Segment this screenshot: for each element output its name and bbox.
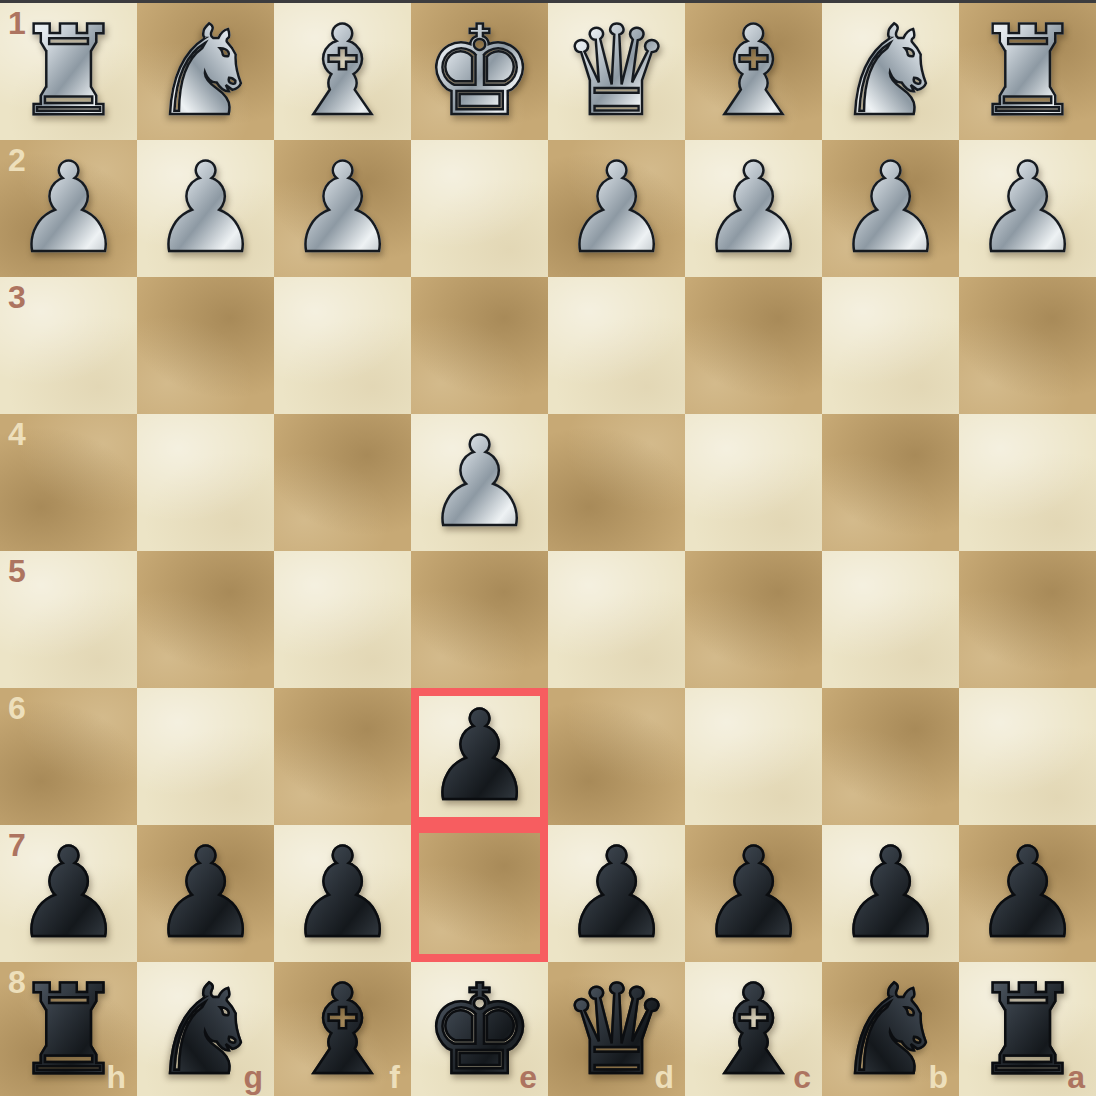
piece-black-pawn-d7[interactable]: ♟ [548, 825, 685, 962]
window-top-edge [0, 0, 1096, 3]
rank-label-4: 4 [8, 418, 26, 450]
piece-white-pawn-g2[interactable]: ♟ [137, 140, 274, 277]
square-a8[interactable]: ♜a [959, 962, 1096, 1096]
square-b1[interactable]: ♞ [822, 3, 959, 140]
square-f8[interactable]: ♝f [274, 962, 411, 1096]
square-a7[interactable]: ♟ [959, 825, 1096, 962]
square-a6[interactable] [959, 688, 1096, 825]
piece-white-knight-b1[interactable]: ♞ [822, 3, 959, 140]
piece-black-pawn-a7[interactable]: ♟ [959, 825, 1096, 962]
square-b3[interactable] [822, 277, 959, 414]
square-d7[interactable]: ♟ [548, 825, 685, 962]
square-c4[interactable] [685, 414, 822, 551]
rank-label-3: 3 [8, 281, 26, 313]
square-d5[interactable] [548, 551, 685, 688]
square-f5[interactable] [274, 551, 411, 688]
square-e8[interactable]: ♚e [411, 962, 548, 1096]
piece-black-pawn-b7[interactable]: ♟ [822, 825, 959, 962]
square-c6[interactable] [685, 688, 822, 825]
piece-black-rook-a8[interactable]: ♜ [959, 962, 1096, 1096]
square-b7[interactable]: ♟ [822, 825, 959, 962]
chess-board: ♜1♞♝♚♛♝♞♜♟2♟♟♟♟♟♟34♟56♟♟7♟♟♟♟♟♟♜8h♞g♝f♚e… [0, 3, 1096, 1096]
square-e7[interactable] [411, 825, 548, 962]
square-g4[interactable] [137, 414, 274, 551]
square-f7[interactable]: ♟ [274, 825, 411, 962]
square-h2[interactable]: ♟2 [0, 140, 137, 277]
square-d1[interactable]: ♛ [548, 3, 685, 140]
square-g7[interactable]: ♟ [137, 825, 274, 962]
square-d3[interactable] [548, 277, 685, 414]
piece-black-bishop-f8[interactable]: ♝ [274, 962, 411, 1096]
square-f2[interactable]: ♟ [274, 140, 411, 277]
piece-black-knight-g8[interactable]: ♞ [137, 962, 274, 1096]
piece-black-bishop-c8[interactable]: ♝ [685, 962, 822, 1096]
square-g5[interactable] [137, 551, 274, 688]
square-e5[interactable] [411, 551, 548, 688]
square-c2[interactable]: ♟ [685, 140, 822, 277]
square-h6[interactable]: 6 [0, 688, 137, 825]
square-a3[interactable] [959, 277, 1096, 414]
square-e1[interactable]: ♚ [411, 3, 548, 140]
square-g1[interactable]: ♞ [137, 3, 274, 140]
piece-white-king-e1[interactable]: ♚ [411, 3, 548, 140]
square-f4[interactable] [274, 414, 411, 551]
piece-white-pawn-f2[interactable]: ♟ [274, 140, 411, 277]
square-b2[interactable]: ♟ [822, 140, 959, 277]
square-h4[interactable]: 4 [0, 414, 137, 551]
piece-black-king-e8[interactable]: ♚ [411, 962, 548, 1096]
square-f3[interactable] [274, 277, 411, 414]
square-h7[interactable]: ♟7 [0, 825, 137, 962]
square-a5[interactable] [959, 551, 1096, 688]
piece-white-rook-h1[interactable]: ♜ [0, 3, 137, 140]
square-g2[interactable]: ♟ [137, 140, 274, 277]
square-a1[interactable]: ♜ [959, 3, 1096, 140]
piece-white-pawn-h2[interactable]: ♟ [0, 140, 137, 277]
square-a2[interactable]: ♟ [959, 140, 1096, 277]
piece-white-knight-g1[interactable]: ♞ [137, 3, 274, 140]
square-e2[interactable] [411, 140, 548, 277]
piece-white-queen-d1[interactable]: ♛ [548, 3, 685, 140]
piece-black-pawn-f7[interactable]: ♟ [274, 825, 411, 962]
square-e6[interactable]: ♟ [411, 688, 548, 825]
piece-black-knight-b8[interactable]: ♞ [822, 962, 959, 1096]
piece-white-bishop-f1[interactable]: ♝ [274, 3, 411, 140]
square-b5[interactable] [822, 551, 959, 688]
square-c1[interactable]: ♝ [685, 3, 822, 140]
square-h8[interactable]: ♜8h [0, 962, 137, 1096]
piece-black-pawn-e6[interactable]: ♟ [411, 688, 548, 825]
square-b6[interactable] [822, 688, 959, 825]
square-d6[interactable] [548, 688, 685, 825]
square-f6[interactable] [274, 688, 411, 825]
square-h5[interactable]: 5 [0, 551, 137, 688]
rank-label-5: 5 [8, 555, 26, 587]
piece-white-pawn-a2[interactable]: ♟ [959, 140, 1096, 277]
piece-black-pawn-h7[interactable]: ♟ [0, 825, 137, 962]
square-e4[interactable]: ♟ [411, 414, 548, 551]
chess-app-window: ♜1♞♝♚♛♝♞♜♟2♟♟♟♟♟♟34♟56♟♟7♟♟♟♟♟♟♜8h♞g♝f♚e… [0, 0, 1096, 1096]
square-c7[interactable]: ♟ [685, 825, 822, 962]
piece-white-rook-a1[interactable]: ♜ [959, 3, 1096, 140]
piece-white-pawn-e4[interactable]: ♟ [411, 414, 548, 551]
square-c3[interactable] [685, 277, 822, 414]
piece-black-queen-d8[interactable]: ♛ [548, 962, 685, 1096]
square-b4[interactable] [822, 414, 959, 551]
square-f1[interactable]: ♝ [274, 3, 411, 140]
rank-label-6: 6 [8, 692, 26, 724]
square-c8[interactable]: ♝c [685, 962, 822, 1096]
piece-white-pawn-d2[interactable]: ♟ [548, 140, 685, 277]
piece-black-pawn-g7[interactable]: ♟ [137, 825, 274, 962]
square-c5[interactable] [685, 551, 822, 688]
square-h1[interactable]: ♜1 [0, 3, 137, 140]
square-e3[interactable] [411, 277, 548, 414]
square-b8[interactable]: ♞b [822, 962, 959, 1096]
square-g8[interactable]: ♞g [137, 962, 274, 1096]
square-g3[interactable] [137, 277, 274, 414]
square-a4[interactable] [959, 414, 1096, 551]
piece-black-pawn-c7[interactable]: ♟ [685, 825, 822, 962]
square-d4[interactable] [548, 414, 685, 551]
piece-white-pawn-c2[interactable]: ♟ [685, 140, 822, 277]
piece-white-pawn-b2[interactable]: ♟ [822, 140, 959, 277]
piece-white-bishop-c1[interactable]: ♝ [685, 3, 822, 140]
square-d8[interactable]: ♛d [548, 962, 685, 1096]
square-d2[interactable]: ♟ [548, 140, 685, 277]
square-g6[interactable] [137, 688, 274, 825]
piece-black-rook-h8[interactable]: ♜ [0, 962, 137, 1096]
square-h3[interactable]: 3 [0, 277, 137, 414]
